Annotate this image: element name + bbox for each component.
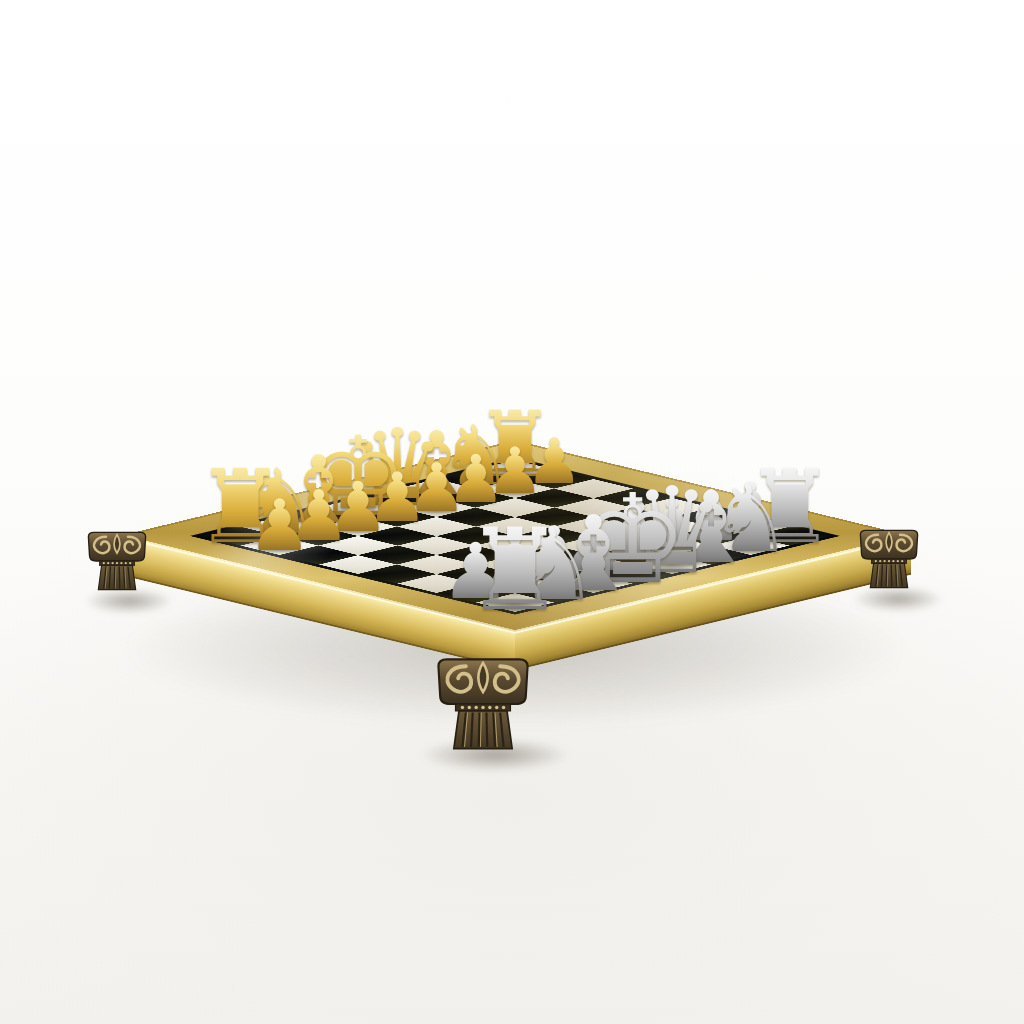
- rook-glyph: ♜: [447, 514, 583, 627]
- square-h5[interactable]: [319, 555, 397, 574]
- left-foot-ionic-capital: [84, 530, 150, 592]
- front-foot-ionic-capital: [430, 656, 536, 752]
- pawn-glyph: ♟: [237, 490, 322, 561]
- piece-gold-pawn-h7[interactable]: ♟: [237, 490, 322, 561]
- piece-silver-rook-h1[interactable]: ♜: [447, 514, 583, 627]
- square-g5[interactable]: [358, 545, 436, 564]
- right-foot-ionic-capital: [856, 528, 922, 590]
- pieces-layer: ♜♞♝♛♚♝♞♜♟♟♟♟♟♟♟♟♟♟♟♟♟♟♟♟♜♞♝♛♚♝♞♜: [0, 0, 1024, 1024]
- square-h4[interactable]: [358, 564, 436, 583]
- product-photo-canvas: ♜♞♝♛♚♝♞♜♟♟♟♟♟♟♟♟♟♟♟♟♟♟♟♟♜♞♝♛♚♝♞♜: [0, 0, 1024, 1024]
